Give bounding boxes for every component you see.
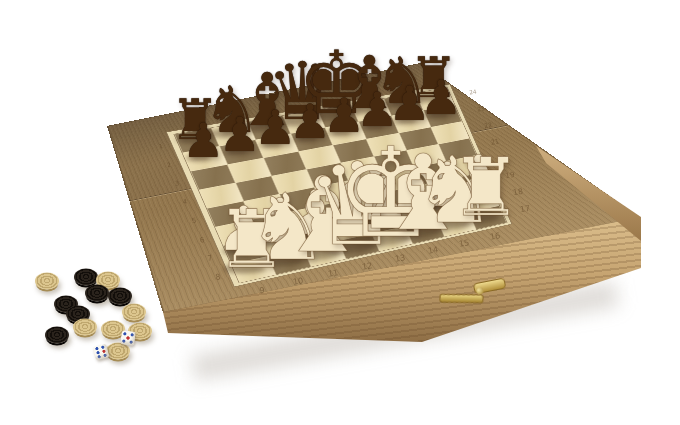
checker-light-9[interactable] (73, 319, 97, 336)
chess-piece-white-r-h1[interactable]: ♜ (450, 148, 522, 228)
frame-coordinate-7: 7 (207, 253, 213, 263)
die-2-face-5[interactable] (120, 330, 136, 346)
chess-piece-black-p-h7[interactable]: ♟ (420, 74, 463, 122)
frame-coordinate-2: 2 (167, 161, 172, 168)
frame-coordinate-6: 6 (199, 235, 205, 245)
frame-coordinate-1: 1 (159, 143, 164, 150)
chess-set-photo: ♜♞♝♛♚♝♞♜♟♟♟♟♟♟♟♟♟♟♟♟♟♟♟♟♜♞♝♛♚♝♞♜ 1234567… (0, 0, 680, 425)
frame-coordinate-23: 23 (476, 105, 484, 112)
checker-light-1[interactable] (35, 273, 59, 290)
clasp-pin-icon (476, 287, 484, 295)
checker-dark-11[interactable] (45, 327, 69, 344)
checker-dark-6[interactable] (108, 288, 132, 305)
checker-light-7[interactable] (122, 304, 146, 321)
checker-light-13[interactable] (106, 343, 130, 360)
frame-coordinate-24: 24 (469, 88, 477, 95)
clasp-arm-icon (439, 294, 483, 304)
frame-coordinate-5: 5 (191, 217, 197, 226)
checker-dark-5[interactable] (85, 285, 109, 302)
checker-dark-2[interactable] (74, 269, 98, 286)
